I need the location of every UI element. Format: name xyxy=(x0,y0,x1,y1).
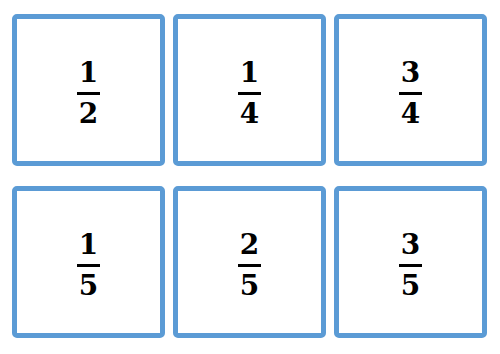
numerator: 2 xyxy=(238,232,261,266)
numerator: 3 xyxy=(399,60,422,94)
denominator: 5 xyxy=(79,267,98,298)
fraction-1-4: 1 4 xyxy=(238,60,261,125)
numerator: 1 xyxy=(77,60,100,94)
fraction-2-5: 2 5 xyxy=(238,232,261,297)
fraction-card-1-5[interactable]: 1 5 xyxy=(12,186,165,338)
denominator: 4 xyxy=(240,95,259,126)
denominator: 4 xyxy=(401,95,420,126)
fraction-3-5: 3 5 xyxy=(399,232,422,297)
numerator: 1 xyxy=(77,232,100,266)
fraction-card-3-4[interactable]: 3 4 xyxy=(334,14,487,166)
fraction-1-5: 1 5 xyxy=(77,232,100,297)
fraction-card-1-4[interactable]: 1 4 xyxy=(173,14,326,166)
fraction-card-1-2[interactable]: 1 2 xyxy=(12,14,165,166)
fraction-1-2: 1 2 xyxy=(77,60,100,125)
fraction-card-2-5[interactable]: 2 5 xyxy=(173,186,326,338)
denominator: 5 xyxy=(401,267,420,298)
denominator: 5 xyxy=(240,267,259,298)
denominator: 2 xyxy=(79,95,98,126)
flash-card-sheet: 1 2 1 4 3 4 1 5 2 5 3 5 xyxy=(0,0,500,354)
fraction-card-3-5[interactable]: 3 5 xyxy=(334,186,487,338)
numerator: 1 xyxy=(238,60,261,94)
fraction-3-4: 3 4 xyxy=(399,60,422,125)
numerator: 3 xyxy=(399,232,422,266)
